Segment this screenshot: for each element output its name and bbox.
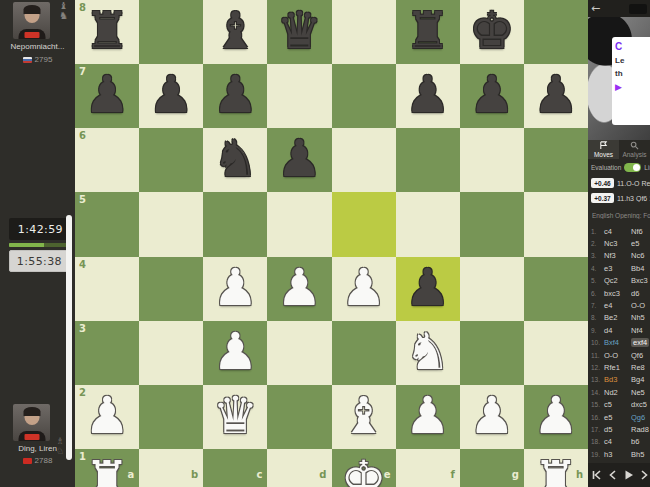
avatar-hair bbox=[23, 5, 40, 14]
white-knight-f3[interactable]: ♞ bbox=[396, 321, 460, 383]
square-g7[interactable]: ♟ bbox=[460, 64, 524, 128]
captured-knight-icon: ♘ bbox=[56, 446, 64, 456]
square-d2[interactable] bbox=[267, 385, 331, 449]
square-h6[interactable] bbox=[524, 128, 588, 192]
square-e8[interactable] bbox=[332, 0, 396, 64]
white-pawn-h2[interactable]: ♟ bbox=[524, 385, 588, 447]
square-e3[interactable] bbox=[332, 321, 396, 385]
white-move[interactable]: Bxf4 bbox=[604, 338, 631, 347]
black-player-rating: 2795 bbox=[0, 55, 75, 64]
video-thumbnail[interactable]: C Le th ▶ bbox=[588, 17, 650, 140]
move-row-3: 3.Nf3Nc6 bbox=[588, 250, 650, 262]
black-pawn-f4[interactable]: ♟ bbox=[396, 257, 460, 319]
chess-board[interactable]: ♜8♝♛♜♚♟7♟♟♟♟♟6♞♟54♟♟♟♟3♟♞♟2♛♝♟♟♟♜1abcd♚e… bbox=[75, 0, 588, 487]
black-pawn-h7[interactable]: ♟ bbox=[524, 64, 588, 126]
move-row-10: 10.Bxf4exf4 bbox=[588, 337, 650, 349]
move-row-19: 19.h3Bh5 bbox=[588, 448, 650, 460]
broadcast-logo bbox=[629, 4, 647, 14]
rank-label-4: 4 bbox=[79, 259, 86, 270]
white-bishop-e2[interactable]: ♝ bbox=[332, 385, 396, 447]
file-label-b: b bbox=[191, 469, 198, 480]
captured-pieces-white: ♗ ♘ bbox=[56, 436, 64, 456]
black-move[interactable]: d6 bbox=[631, 289, 650, 298]
move-row-13: 13.Bd3Bg4 bbox=[588, 374, 650, 386]
square-c6[interactable]: ♞ bbox=[203, 128, 267, 192]
file-label-a: a bbox=[127, 469, 134, 480]
square-g1[interactable]: g bbox=[460, 449, 524, 487]
white-move[interactable]: d4 bbox=[604, 326, 631, 335]
black-move[interactable]: Qf6 bbox=[631, 351, 650, 360]
move-row-14: 14.Nd2Ne5 bbox=[588, 386, 650, 398]
white-move[interactable]: Qc2 bbox=[604, 276, 631, 285]
move-number: 8. bbox=[591, 314, 604, 321]
black-player-avatar[interactable] bbox=[13, 2, 50, 39]
square-b4[interactable] bbox=[139, 257, 203, 321]
square-e1[interactable]: ♚e bbox=[332, 449, 396, 487]
playback-controls bbox=[588, 463, 650, 487]
file-label-h: h bbox=[576, 469, 583, 480]
move-number: 16. bbox=[591, 414, 604, 421]
black-move[interactable]: Bb4 bbox=[631, 264, 650, 273]
black-move[interactable]: Bg4 bbox=[631, 375, 650, 384]
black-move[interactable]: exf4 bbox=[631, 338, 650, 347]
opening-name: English Opening: Four Knights Variation bbox=[592, 212, 650, 219]
move-number: 19. bbox=[591, 451, 604, 458]
square-b1[interactable]: b bbox=[139, 449, 203, 487]
square-a7[interactable]: ♟7 bbox=[75, 64, 139, 128]
white-pawn-e4[interactable]: ♟ bbox=[332, 257, 396, 319]
white-move[interactable]: c4 bbox=[604, 227, 631, 236]
move-number: 11. bbox=[591, 352, 604, 359]
white-move[interactable]: h3 bbox=[604, 450, 631, 459]
play-icon[interactable]: ▶ bbox=[615, 82, 650, 92]
black-pawn-b7[interactable]: ♟ bbox=[139, 64, 203, 126]
square-b2[interactable] bbox=[139, 385, 203, 449]
white-pawn-f2[interactable]: ♟ bbox=[396, 385, 460, 447]
square-h7[interactable]: ♟ bbox=[524, 64, 588, 128]
white-pawn-d4[interactable]: ♟ bbox=[267, 257, 331, 319]
move-row-17: 17.d5Rad8 bbox=[588, 423, 650, 435]
white-move[interactable]: d5 bbox=[604, 425, 631, 434]
black-player-flag-badge bbox=[24, 32, 39, 38]
black-pawn-g7[interactable]: ♟ bbox=[460, 64, 524, 126]
square-b6[interactable] bbox=[139, 128, 203, 192]
square-a1[interactable]: ♜1a bbox=[75, 449, 139, 487]
white-move[interactable]: O-O bbox=[604, 351, 631, 360]
eval-score-2: +0.37 bbox=[591, 193, 614, 203]
black-move[interactable]: Re8 bbox=[631, 363, 650, 372]
move-number: 14. bbox=[591, 389, 604, 396]
move-number: 12. bbox=[591, 364, 604, 371]
white-queen-c2[interactable]: ♛ bbox=[203, 385, 267, 447]
black-move[interactable]: dxc5 bbox=[631, 400, 650, 409]
chess-app: Nepomniacht... 2795 ♝ ♞ 1:42:59 1:55:38 … bbox=[0, 0, 650, 487]
rank-label-2: 2 bbox=[79, 387, 86, 398]
square-d6[interactable]: ♟ bbox=[267, 128, 331, 192]
move-row-9: 9.d4Nf4 bbox=[588, 324, 650, 336]
black-rook-f8[interactable]: ♜ bbox=[396, 0, 460, 62]
square-c1[interactable]: c bbox=[203, 449, 267, 487]
white-player-rating: 2788 bbox=[0, 456, 75, 465]
square-c4[interactable]: ♟ bbox=[203, 257, 267, 321]
move-row-2: 2.Nc3e5 bbox=[588, 237, 650, 249]
square-g3[interactable] bbox=[460, 321, 524, 385]
white-move[interactable]: e5 bbox=[604, 413, 631, 422]
black-move[interactable]: Bh5 bbox=[631, 450, 650, 459]
square-e4[interactable]: ♟ bbox=[332, 257, 396, 321]
square-c8[interactable]: ♝ bbox=[203, 0, 267, 64]
square-c2[interactable]: ♛ bbox=[203, 385, 267, 449]
eval-score-1: +0.46 bbox=[591, 178, 614, 188]
black-move[interactable]: Nf6 bbox=[631, 227, 650, 236]
eval-moves-1: 11.O-O Re8 12. bbox=[617, 180, 650, 187]
square-f5[interactable] bbox=[396, 192, 460, 256]
black-move[interactable]: Rad8 bbox=[631, 425, 650, 434]
current-move[interactable]: exf4 bbox=[631, 338, 649, 347]
white-move[interactable]: Nd2 bbox=[604, 388, 631, 397]
square-e5[interactable] bbox=[332, 192, 396, 256]
jump-to-start-button[interactable] bbox=[590, 469, 603, 481]
white-pawn-c3[interactable]: ♟ bbox=[203, 321, 267, 383]
square-b7[interactable]: ♟ bbox=[139, 64, 203, 128]
black-move[interactable]: Nc6 bbox=[631, 251, 650, 260]
white-move[interactable]: Rfe1 bbox=[604, 363, 631, 372]
black-king-g8[interactable]: ♚ bbox=[460, 0, 524, 62]
square-e7[interactable] bbox=[332, 64, 396, 128]
move-row-6: 6.bxc3d6 bbox=[588, 287, 650, 299]
square-a3[interactable]: 3 bbox=[75, 321, 139, 385]
square-c3[interactable]: ♟ bbox=[203, 321, 267, 385]
white-move[interactable]: bxc3 bbox=[604, 289, 631, 298]
white-move[interactable]: Bd3 bbox=[604, 375, 631, 384]
move-number: 2. bbox=[591, 240, 604, 247]
black-pawn-c7[interactable]: ♟ bbox=[203, 64, 267, 126]
square-d3[interactable] bbox=[267, 321, 331, 385]
square-b5[interactable] bbox=[139, 192, 203, 256]
move-number: 18. bbox=[591, 438, 604, 445]
square-f1[interactable]: f bbox=[396, 449, 460, 487]
square-a6[interactable]: 6 bbox=[75, 128, 139, 192]
tab-moves[interactable]: Moves bbox=[588, 140, 619, 159]
move-number: 15. bbox=[591, 401, 604, 408]
step-forward-button[interactable] bbox=[638, 469, 650, 481]
square-g6[interactable] bbox=[460, 128, 524, 192]
engine-line-1[interactable]: +0.46 11.O-O Re8 12. bbox=[591, 177, 650, 189]
rank-label-7: 7 bbox=[79, 66, 86, 77]
video-overlay-card[interactable]: C Le th ▶ bbox=[612, 37, 650, 125]
move-row-5: 5.Qc2Bxc3 bbox=[588, 275, 650, 287]
square-f2[interactable]: ♟ bbox=[396, 385, 460, 449]
captured-pieces-black: ♝ ♞ bbox=[59, 1, 68, 21]
move-number: 5. bbox=[591, 277, 604, 284]
move-number: 6. bbox=[591, 290, 604, 297]
russia-flag-icon bbox=[23, 57, 32, 63]
flag-icon bbox=[599, 141, 608, 150]
white-move[interactable]: Be2 bbox=[604, 313, 631, 322]
move-row-16: 16.e5Qg6 bbox=[588, 411, 650, 423]
move-number: 1. bbox=[591, 228, 604, 235]
avatar-hair bbox=[23, 407, 40, 416]
black-move[interactable]: b6 bbox=[631, 437, 650, 446]
evaluation-toggle[interactable] bbox=[624, 163, 641, 172]
white-move[interactable]: e3 bbox=[604, 264, 631, 273]
square-e2[interactable]: ♝ bbox=[332, 385, 396, 449]
move-row-4: 4.e3Bb4 bbox=[588, 262, 650, 274]
move-list: 1.c4Nf62.Nc3e53.Nf3Nc64.e3Bb45.Qc2Bxc36.… bbox=[588, 225, 650, 460]
move-number: 4. bbox=[591, 265, 604, 272]
engine-line-2[interactable]: +0.37 11.h3 Qf6 12.R bbox=[591, 192, 650, 204]
square-a2[interactable]: ♟2 bbox=[75, 385, 139, 449]
black-move[interactable]: O-O bbox=[631, 301, 650, 310]
move-row-18: 18.c4b6 bbox=[588, 436, 650, 448]
white-clock: 1:55:38 bbox=[9, 250, 69, 272]
black-knight-c6[interactable]: ♞ bbox=[203, 128, 267, 190]
black-clock: 1:42:59 bbox=[9, 218, 69, 240]
file-label-g: g bbox=[512, 469, 519, 480]
black-time-bar bbox=[9, 243, 69, 247]
square-a4[interactable]: 4 bbox=[75, 257, 139, 321]
play-button[interactable] bbox=[622, 469, 635, 481]
black-pawn-d6[interactable]: ♟ bbox=[267, 128, 331, 190]
move-number: 7. bbox=[591, 302, 604, 309]
square-e6[interactable] bbox=[332, 128, 396, 192]
square-c5[interactable] bbox=[203, 192, 267, 256]
tab-analysis[interactable]: Analysis bbox=[619, 140, 650, 159]
square-d8[interactable]: ♛ bbox=[267, 0, 331, 64]
black-pawn-f7[interactable]: ♟ bbox=[396, 64, 460, 126]
square-g4[interactable] bbox=[460, 257, 524, 321]
black-move[interactable]: Bxc3 bbox=[631, 276, 650, 285]
white-player-flag-badge bbox=[24, 434, 39, 440]
analysis-panel: ← C Le th ▶ Moves Analysis Evaluation bbox=[588, 0, 650, 487]
square-h4[interactable] bbox=[524, 257, 588, 321]
square-a5[interactable]: 5 bbox=[75, 192, 139, 256]
move-row-1: 1.c4Nf6 bbox=[588, 225, 650, 237]
captured-knight-icon: ♞ bbox=[59, 11, 68, 21]
lines-label: Lines bbox=[644, 164, 650, 171]
file-label-f: f bbox=[450, 469, 454, 480]
rank-label-8: 8 bbox=[79, 2, 86, 13]
black-player-name: Nepomniacht... bbox=[0, 42, 75, 51]
square-g8[interactable]: ♚ bbox=[460, 0, 524, 64]
overlay-line1: Le bbox=[615, 56, 650, 65]
eval-moves-2: 11.h3 Qf6 12.R bbox=[617, 195, 650, 202]
square-d5[interactable] bbox=[267, 192, 331, 256]
square-h1[interactable]: ♜h bbox=[524, 449, 588, 487]
move-number: 9. bbox=[591, 327, 604, 334]
square-g2[interactable]: ♟ bbox=[460, 385, 524, 449]
square-f3[interactable]: ♞ bbox=[396, 321, 460, 385]
file-label-e: e bbox=[384, 469, 391, 480]
move-row-12: 12.Rfe1Re8 bbox=[588, 361, 650, 373]
move-number: 10. bbox=[591, 339, 604, 346]
white-move[interactable]: Nf3 bbox=[604, 251, 631, 260]
rank-label-5: 5 bbox=[79, 194, 86, 205]
white-move[interactable]: Nc3 bbox=[604, 239, 631, 248]
move-number: 13. bbox=[591, 376, 604, 383]
white-move[interactable]: c4 bbox=[604, 437, 631, 446]
black-queen-d8[interactable]: ♛ bbox=[267, 0, 331, 62]
file-label-c: c bbox=[256, 469, 262, 480]
square-c7[interactable]: ♟ bbox=[203, 64, 267, 128]
panel-tabs: Moves Analysis bbox=[588, 140, 650, 159]
square-f4[interactable]: ♟ bbox=[396, 257, 460, 321]
left-sidebar: Nepomniacht... 2795 ♝ ♞ 1:42:59 1:55:38 … bbox=[0, 0, 75, 487]
back-icon[interactable]: ← bbox=[591, 2, 600, 15]
square-f7[interactable]: ♟ bbox=[396, 64, 460, 128]
overlay-heading: C bbox=[615, 41, 650, 52]
move-row-7: 7.e4O-O bbox=[588, 299, 650, 311]
move-row-11: 11.O-OQf6 bbox=[588, 349, 650, 361]
captured-bishop-icon: ♗ bbox=[56, 436, 64, 446]
overlay-line2: th bbox=[615, 69, 650, 78]
black-move[interactable]: Ne5 bbox=[631, 388, 650, 397]
china-flag-icon bbox=[23, 458, 32, 464]
square-d4[interactable]: ♟ bbox=[267, 257, 331, 321]
move-row-15: 15.c5dxc5 bbox=[588, 398, 650, 410]
square-f8[interactable]: ♜ bbox=[396, 0, 460, 64]
square-d1[interactable]: d bbox=[267, 449, 331, 487]
square-h3[interactable] bbox=[524, 321, 588, 385]
move-number: 17. bbox=[591, 426, 604, 433]
square-d7[interactable] bbox=[267, 64, 331, 128]
evaluation-toggle-row: Evaluation Lines bbox=[591, 161, 650, 173]
rank-label-6: 6 bbox=[79, 130, 86, 141]
step-back-button[interactable] bbox=[606, 469, 619, 481]
rank-label-3: 3 bbox=[79, 323, 86, 334]
square-b8[interactable] bbox=[139, 0, 203, 64]
white-pawn-c4[interactable]: ♟ bbox=[203, 257, 267, 319]
white-player-avatar[interactable] bbox=[13, 404, 50, 441]
white-move[interactable]: c5 bbox=[604, 400, 631, 409]
white-move[interactable]: e4 bbox=[604, 301, 631, 310]
sidebar-scrollbar[interactable] bbox=[66, 215, 72, 460]
magnifier-icon bbox=[630, 141, 639, 150]
move-number: 3. bbox=[591, 252, 604, 259]
panel-header: ← bbox=[588, 0, 650, 17]
rank-label-1: 1 bbox=[79, 451, 86, 462]
file-label-d: d bbox=[319, 469, 326, 480]
black-move[interactable]: Qg6 bbox=[631, 413, 650, 422]
move-row-8: 8.Be2Nh5 bbox=[588, 312, 650, 324]
square-f6[interactable] bbox=[396, 128, 460, 192]
evaluation-label: Evaluation bbox=[591, 164, 621, 171]
square-h5[interactable] bbox=[524, 192, 588, 256]
black-move[interactable]: Nh5 bbox=[631, 313, 650, 322]
black-bishop-c8[interactable]: ♝ bbox=[203, 0, 267, 62]
square-b3[interactable] bbox=[139, 321, 203, 385]
square-g5[interactable] bbox=[460, 192, 524, 256]
black-move[interactable]: Nf4 bbox=[631, 326, 650, 335]
square-a8[interactable]: ♜8 bbox=[75, 0, 139, 64]
square-h8[interactable] bbox=[524, 0, 588, 64]
square-h2[interactable]: ♟ bbox=[524, 385, 588, 449]
black-move[interactable]: e5 bbox=[631, 239, 650, 248]
white-pawn-g2[interactable]: ♟ bbox=[460, 385, 524, 447]
